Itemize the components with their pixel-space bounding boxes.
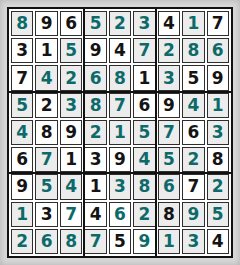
cell-r1c3[interactable]: 6 bbox=[60, 11, 82, 36]
cell-r2c2[interactable]: 1 bbox=[35, 38, 57, 63]
cell-r5c8[interactable]: 6 bbox=[182, 120, 204, 145]
cell-r3c7[interactable]: 3 bbox=[158, 65, 180, 90]
cell-r9c1[interactable]: 2 bbox=[11, 229, 33, 254]
cell-r3c6[interactable]: 1 bbox=[133, 65, 155, 90]
cell-r4c5[interactable]: 7 bbox=[109, 93, 131, 118]
cell-r4c4[interactable]: 8 bbox=[84, 93, 106, 118]
cell-r6c1[interactable]: 6 bbox=[11, 147, 33, 172]
cell-r7c3[interactable]: 4 bbox=[60, 174, 82, 199]
cell-r7c9[interactable]: 2 bbox=[207, 174, 229, 199]
cell-r3c4[interactable]: 6 bbox=[84, 65, 106, 90]
cell-r3c1[interactable]: 7 bbox=[11, 65, 33, 90]
cell-r3c9[interactable]: 9 bbox=[207, 65, 229, 90]
cell-r9c5[interactable]: 5 bbox=[109, 229, 131, 254]
cell-r5c9[interactable]: 3 bbox=[207, 120, 229, 145]
cell-r7c8[interactable]: 7 bbox=[182, 174, 204, 199]
cell-r7c6[interactable]: 8 bbox=[133, 174, 155, 199]
cell-r5c1[interactable]: 4 bbox=[11, 120, 33, 145]
cell-r2c8[interactable]: 8 bbox=[182, 38, 204, 63]
cell-r4c8[interactable]: 4 bbox=[182, 93, 204, 118]
cell-r2c3[interactable]: 5 bbox=[60, 38, 82, 63]
cell-r8c1[interactable]: 1 bbox=[11, 202, 33, 227]
sudoku-board: 8965234173159472867426813595238769414892… bbox=[7, 7, 233, 258]
cell-r5c3[interactable]: 9 bbox=[60, 120, 82, 145]
cell-r1c9[interactable]: 7 bbox=[207, 11, 229, 36]
block-divider-vertical-2 bbox=[155, 9, 157, 256]
cell-r5c6[interactable]: 5 bbox=[133, 120, 155, 145]
cell-r6c5[interactable]: 9 bbox=[109, 147, 131, 172]
cell-r1c7[interactable]: 4 bbox=[158, 11, 180, 36]
cell-r8c3[interactable]: 7 bbox=[60, 202, 82, 227]
cell-r9c8[interactable]: 3 bbox=[182, 229, 204, 254]
cell-r9c6[interactable]: 9 bbox=[133, 229, 155, 254]
sudoku-frame: 8965234173159472867426813595238769414892… bbox=[0, 0, 240, 265]
cell-r5c7[interactable]: 7 bbox=[158, 120, 180, 145]
cell-r1c2[interactable]: 9 bbox=[35, 11, 57, 36]
cell-r7c5[interactable]: 3 bbox=[109, 174, 131, 199]
cell-r9c9[interactable]: 4 bbox=[207, 229, 229, 254]
block-divider-vertical-1 bbox=[83, 9, 85, 256]
cell-r4c7[interactable]: 9 bbox=[158, 93, 180, 118]
block-divider-horizontal-2 bbox=[9, 172, 231, 174]
cell-r1c1[interactable]: 8 bbox=[11, 11, 33, 36]
cell-r1c6[interactable]: 3 bbox=[133, 11, 155, 36]
cell-r6c6[interactable]: 4 bbox=[133, 147, 155, 172]
cell-r8c9[interactable]: 5 bbox=[207, 202, 229, 227]
cell-r1c8[interactable]: 1 bbox=[182, 11, 204, 36]
cell-r1c4[interactable]: 5 bbox=[84, 11, 106, 36]
cell-r5c4[interactable]: 2 bbox=[84, 120, 106, 145]
cell-r3c3[interactable]: 2 bbox=[60, 65, 82, 90]
sudoku-grid: 8965234173159472867426813595238769414892… bbox=[11, 11, 229, 254]
cell-r4c6[interactable]: 6 bbox=[133, 93, 155, 118]
cell-r6c9[interactable]: 8 bbox=[207, 147, 229, 172]
cell-r8c8[interactable]: 9 bbox=[182, 202, 204, 227]
cell-r2c5[interactable]: 4 bbox=[109, 38, 131, 63]
cell-r3c8[interactable]: 5 bbox=[182, 65, 204, 90]
cell-r6c7[interactable]: 5 bbox=[158, 147, 180, 172]
cell-r6c4[interactable]: 3 bbox=[84, 147, 106, 172]
cell-r6c2[interactable]: 7 bbox=[35, 147, 57, 172]
cell-r7c7[interactable]: 6 bbox=[158, 174, 180, 199]
cell-r9c7[interactable]: 1 bbox=[158, 229, 180, 254]
cell-r4c2[interactable]: 2 bbox=[35, 93, 57, 118]
cell-r2c7[interactable]: 2 bbox=[158, 38, 180, 63]
block-divider-horizontal-1 bbox=[9, 91, 231, 93]
cell-r7c2[interactable]: 5 bbox=[35, 174, 57, 199]
cell-r1c5[interactable]: 2 bbox=[109, 11, 131, 36]
cell-r8c2[interactable]: 3 bbox=[35, 202, 57, 227]
cell-r2c6[interactable]: 7 bbox=[133, 38, 155, 63]
cell-r4c3[interactable]: 3 bbox=[60, 93, 82, 118]
cell-r9c3[interactable]: 8 bbox=[60, 229, 82, 254]
cell-r9c4[interactable]: 7 bbox=[84, 229, 106, 254]
cell-r2c1[interactable]: 3 bbox=[11, 38, 33, 63]
cell-r4c1[interactable]: 5 bbox=[11, 93, 33, 118]
cell-r2c9[interactable]: 6 bbox=[207, 38, 229, 63]
cell-r5c2[interactable]: 8 bbox=[35, 120, 57, 145]
cell-r6c3[interactable]: 1 bbox=[60, 147, 82, 172]
cell-r6c8[interactable]: 2 bbox=[182, 147, 204, 172]
cell-r8c4[interactable]: 4 bbox=[84, 202, 106, 227]
cell-r8c7[interactable]: 8 bbox=[158, 202, 180, 227]
cell-r8c5[interactable]: 6 bbox=[109, 202, 131, 227]
cell-r5c5[interactable]: 1 bbox=[109, 120, 131, 145]
cell-r8c6[interactable]: 2 bbox=[133, 202, 155, 227]
cell-r7c1[interactable]: 9 bbox=[11, 174, 33, 199]
cell-r7c4[interactable]: 1 bbox=[84, 174, 106, 199]
cell-r2c4[interactable]: 9 bbox=[84, 38, 106, 63]
cell-r3c5[interactable]: 8 bbox=[109, 65, 131, 90]
cell-r9c2[interactable]: 6 bbox=[35, 229, 57, 254]
cell-r3c2[interactable]: 4 bbox=[35, 65, 57, 90]
cell-r4c9[interactable]: 1 bbox=[207, 93, 229, 118]
